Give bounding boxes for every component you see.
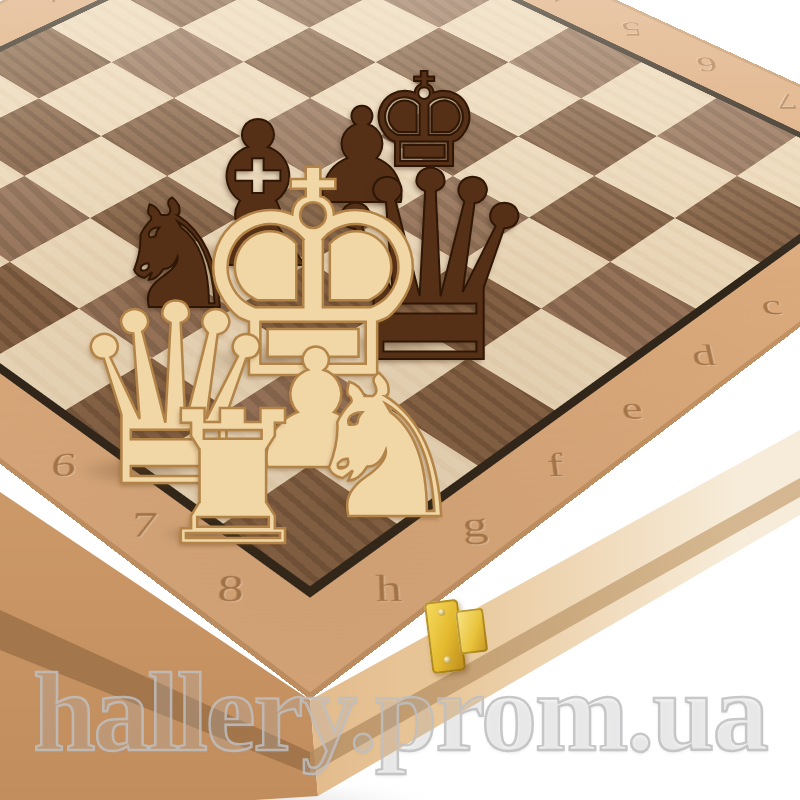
product-photo: abcdefgh abcdefgh 87654321 87654321 ♚♟♝♞…: [0, 0, 800, 800]
white-knight-g8: ♞: [297, 350, 473, 546]
watermark: hallery.prom.ua: [0, 648, 800, 777]
white-rook-h7: ♜: [150, 387, 316, 572]
